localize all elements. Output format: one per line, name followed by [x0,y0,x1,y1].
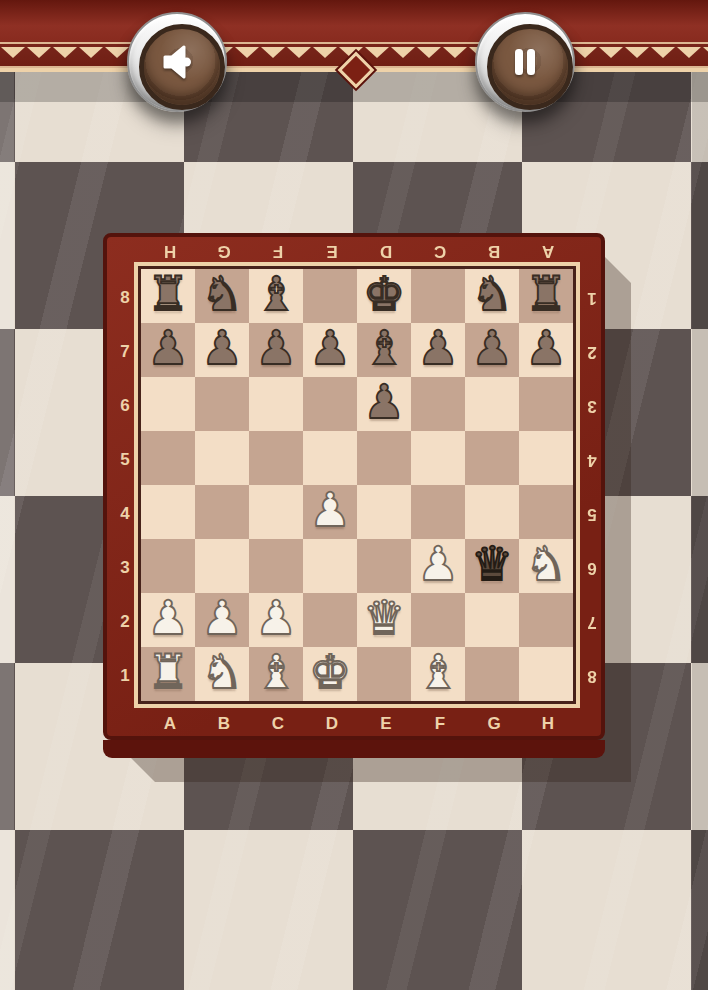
piece-black-knight-b8[interactable]: ♞ [201,267,243,321]
square-d1[interactable]: ♚ [303,647,357,701]
square-c1[interactable]: ♝ [249,647,303,701]
piece-white-pawn-b2[interactable]: ♟ [201,591,243,645]
square-g3[interactable]: ♛ [465,539,519,593]
square-c8[interactable]: ♝ [249,269,303,323]
piece-black-rook-a8[interactable]: ♜ [147,267,189,321]
square-a5[interactable] [141,431,195,485]
board-grid: ♜♞♝♚♞♜♟♟♟♟♝♟♟♟♟♟♟♛♞♟♟♟♛♜♞♝♚♝ [141,269,573,701]
square-e1[interactable] [357,647,411,701]
ranks-right-labels: 12345678 [579,271,605,703]
square-h4[interactable] [519,485,573,539]
square-f7[interactable]: ♟ [411,323,465,377]
files-top-labels: HGFEDCBA [143,240,575,262]
piece-black-rook-h8[interactable]: ♜ [525,267,567,321]
coordinate-label: 5 [579,487,605,541]
square-d5[interactable] [303,431,357,485]
square-f6[interactable] [411,377,465,431]
piece-black-pawn-a7[interactable]: ♟ [147,321,189,375]
square-b3[interactable] [195,539,249,593]
coordinate-label: 1 [579,271,605,325]
square-d2[interactable] [303,593,357,647]
square-g8[interactable]: ♞ [465,269,519,323]
square-a1[interactable]: ♜ [141,647,195,701]
square-g2[interactable] [465,593,519,647]
square-a4[interactable] [141,485,195,539]
square-e5[interactable] [357,431,411,485]
piece-black-pawn-e6[interactable]: ♟ [363,375,405,429]
square-d8[interactable] [303,269,357,323]
square-f5[interactable] [411,431,465,485]
square-b8[interactable]: ♞ [195,269,249,323]
pause-icon [504,41,546,83]
coordinate-label: 2 [579,325,605,379]
square-a2[interactable]: ♟ [141,593,195,647]
piece-black-king-e8[interactable]: ♚ [363,267,405,321]
piece-white-king-d1[interactable]: ♚ [309,645,351,699]
square-c6[interactable] [249,377,303,431]
piece-black-queen-g3[interactable]: ♛ [471,537,513,591]
coordinate-label: 6 [579,541,605,595]
square-e2[interactable]: ♛ [357,593,411,647]
sound-button[interactable] [127,12,227,112]
square-b2[interactable]: ♟ [195,593,249,647]
coordinate-label: B [467,240,521,262]
square-h2[interactable] [519,593,573,647]
square-d7[interactable]: ♟ [303,323,357,377]
piece-black-pawn-f7[interactable]: ♟ [417,321,459,375]
square-f3[interactable]: ♟ [411,539,465,593]
piece-white-bishop-f1[interactable]: ♝ [417,645,459,699]
square-h3[interactable]: ♞ [519,539,573,593]
coordinate-label: 4 [579,433,605,487]
square-a3[interactable] [141,539,195,593]
piece-black-pawn-h7[interactable]: ♟ [525,321,567,375]
square-e8[interactable]: ♚ [357,269,411,323]
square-e7[interactable]: ♝ [357,323,411,377]
coordinate-label: C [413,240,467,262]
background-left-edge-highlight [0,0,14,990]
coordinate-label: E [359,707,413,741]
piece-white-pawn-d4[interactable]: ♟ [309,483,351,537]
square-b1[interactable]: ♞ [195,647,249,701]
piece-black-pawn-d7[interactable]: ♟ [309,321,351,375]
square-c3[interactable] [249,539,303,593]
square-f4[interactable] [411,485,465,539]
piece-white-knight-h3[interactable]: ♞ [525,537,567,591]
square-f1[interactable]: ♝ [411,647,465,701]
piece-black-pawn-g7[interactable]: ♟ [471,321,513,375]
files-bottom-labels: ABCDEFGH [143,707,575,741]
square-a8[interactable]: ♜ [141,269,195,323]
coordinate-label: H [143,240,197,262]
coordinate-label: D [359,240,413,262]
coordinate-label: 7 [579,595,605,649]
coordinate-label: 8 [579,649,605,703]
piece-white-bishop-c1[interactable]: ♝ [255,645,297,699]
square-b6[interactable] [195,377,249,431]
square-c4[interactable] [249,485,303,539]
square-g4[interactable] [465,485,519,539]
square-h5[interactable] [519,431,573,485]
square-g1[interactable] [465,647,519,701]
coordinate-label: 3 [579,379,605,433]
piece-black-bishop-c8[interactable]: ♝ [255,267,297,321]
chess-game-screen: HGFEDCBA 87654321 12345678 ABCDEFGH ♜♞♝♚… [0,0,708,990]
square-c5[interactable] [249,431,303,485]
square-g5[interactable] [465,431,519,485]
coordinate-label: E [305,240,359,262]
coordinate-label: F [251,240,305,262]
coordinate-label: G [197,240,251,262]
piece-black-knight-g8[interactable]: ♞ [471,267,513,321]
coordinate-label: F [413,707,467,741]
piece-white-pawn-c2[interactable]: ♟ [255,591,297,645]
coordinate-label: A [143,707,197,741]
piece-black-bishop-e7[interactable]: ♝ [363,321,405,375]
square-g7[interactable]: ♟ [465,323,519,377]
board-inner-frame: ♜♞♝♚♞♜♟♟♟♟♝♟♟♟♟♟♟♛♞♟♟♟♛♜♞♝♚♝ [134,262,580,708]
square-b5[interactable] [195,431,249,485]
coordinate-label: G [467,707,521,741]
square-a6[interactable] [141,377,195,431]
piece-white-queen-e2[interactable]: ♛ [363,591,405,645]
board-bottom-edge [103,740,605,758]
square-e4[interactable] [357,485,411,539]
square-d3[interactable] [303,539,357,593]
square-h1[interactable] [519,647,573,701]
coordinate-label: D [305,707,359,741]
coordinate-label: B [197,707,251,741]
square-b7[interactable]: ♟ [195,323,249,377]
square-a7[interactable]: ♟ [141,323,195,377]
square-e6[interactable]: ♟ [357,377,411,431]
coordinate-label: C [251,707,305,741]
square-d4[interactable]: ♟ [303,485,357,539]
square-e3[interactable] [357,539,411,593]
coordinate-label: A [521,240,575,262]
piece-white-knight-b1[interactable]: ♞ [201,645,243,699]
coordinate-label: H [521,707,575,741]
piece-white-pawn-a2[interactable]: ♟ [147,591,189,645]
board-play-area: ♜♞♝♚♞♜♟♟♟♟♝♟♟♟♟♟♟♛♞♟♟♟♛♜♞♝♚♝ [141,269,573,701]
square-f8[interactable] [411,269,465,323]
speaker-icon [156,41,198,83]
chess-board: HGFEDCBA 87654321 12345678 ABCDEFGH ♜♞♝♚… [103,233,605,740]
square-h8[interactable]: ♜ [519,269,573,323]
square-h6[interactable] [519,377,573,431]
square-f2[interactable] [411,593,465,647]
square-b4[interactable] [195,485,249,539]
square-c2[interactable]: ♟ [249,593,303,647]
piece-white-rook-a1[interactable]: ♜ [147,645,189,699]
square-d6[interactable] [303,377,357,431]
square-c7[interactable]: ♟ [249,323,303,377]
pause-button[interactable] [475,12,575,112]
square-h7[interactable]: ♟ [519,323,573,377]
background-right-edge-shade [692,0,708,990]
square-g6[interactable] [465,377,519,431]
piece-white-pawn-f3[interactable]: ♟ [417,537,459,591]
piece-black-pawn-b7[interactable]: ♟ [201,321,243,375]
piece-black-pawn-c7[interactable]: ♟ [255,321,297,375]
